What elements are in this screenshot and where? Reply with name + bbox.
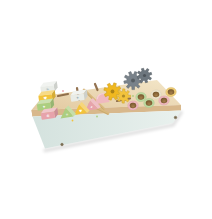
block-print: ✳: [65, 113, 69, 117]
paint-speck: [72, 120, 74, 122]
activity-board-toy: ✳✦♥✦✦❄♥✳: [0, 0, 212, 219]
gear-hub: [143, 74, 146, 77]
block-print: ✦: [90, 105, 94, 109]
paint-speck: [132, 95, 134, 97]
gear-yellow: [116, 89, 130, 103]
gear-hub: [131, 79, 135, 83]
paint-speck: [96, 116, 98, 118]
screw: [61, 143, 64, 146]
product-photo: ✳✦♥✦✦❄♥✳: [0, 0, 212, 219]
paint-speck: [62, 90, 64, 92]
screw: [174, 116, 177, 119]
gear-hub: [111, 90, 115, 94]
block-print: ♥: [79, 109, 83, 113]
gear-hub: [122, 94, 125, 97]
